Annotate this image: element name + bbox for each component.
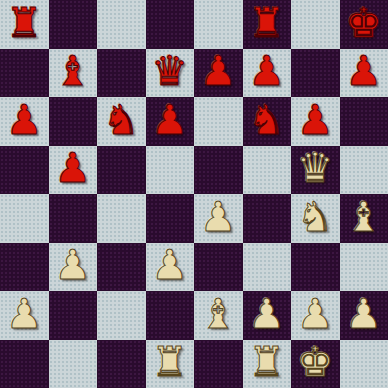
piece-white-pawn: ♟ [54,245,91,286]
piece-white-pawn: ♟ [248,294,285,335]
square-c2[interactable] [97,291,146,340]
square-c8[interactable] [97,0,146,49]
piece-white-rook: ♜ [151,342,188,383]
piece-white-rook: ♜ [248,342,285,383]
square-g3[interactable] [291,243,340,292]
square-b7[interactable]: ♝ [49,49,98,98]
square-d7[interactable]: ♛ [146,49,195,98]
square-g6[interactable]: ♟ [291,97,340,146]
piece-white-pawn: ♟ [200,197,237,238]
square-e2[interactable]: ♝ [194,291,243,340]
piece-white-bishop: ♝ [345,197,382,238]
piece-red-knight: ♞ [103,100,140,141]
piece-red-rook: ♜ [248,3,285,44]
square-f3[interactable] [243,243,292,292]
square-b1[interactable] [49,340,98,388]
square-h6[interactable] [340,97,388,146]
square-g4[interactable]: ♞ [291,194,340,243]
piece-red-pawn: ♟ [345,51,382,92]
square-h2[interactable]: ♟ [340,291,388,340]
square-a3[interactable] [0,243,49,292]
square-a5[interactable] [0,146,49,195]
square-b5[interactable]: ♟ [49,146,98,195]
square-c5[interactable] [97,146,146,195]
square-b2[interactable] [49,291,98,340]
piece-red-pawn: ♟ [54,148,91,189]
piece-white-king: ♚ [297,342,334,383]
square-f2[interactable]: ♟ [243,291,292,340]
square-f8[interactable]: ♜ [243,0,292,49]
piece-red-king: ♚ [345,3,382,44]
square-h5[interactable] [340,146,388,195]
piece-red-knight: ♞ [248,100,285,141]
square-f6[interactable]: ♞ [243,97,292,146]
square-b6[interactable] [49,97,98,146]
piece-white-knight: ♞ [297,197,334,238]
piece-red-bishop: ♝ [54,51,91,92]
piece-white-pawn: ♟ [345,294,382,335]
square-d8[interactable] [146,0,195,49]
square-f4[interactable] [243,194,292,243]
square-c3[interactable] [97,243,146,292]
piece-red-pawn: ♟ [297,100,334,141]
square-h1[interactable] [340,340,388,388]
square-e4[interactable]: ♟ [194,194,243,243]
square-d6[interactable]: ♟ [146,97,195,146]
piece-white-pawn: ♟ [297,294,334,335]
square-h7[interactable]: ♟ [340,49,388,98]
square-f1[interactable]: ♜ [243,340,292,388]
square-g5[interactable]: ♛ [291,146,340,195]
square-e6[interactable] [194,97,243,146]
square-e3[interactable] [194,243,243,292]
square-e7[interactable]: ♟ [194,49,243,98]
piece-red-pawn: ♟ [151,100,188,141]
square-h8[interactable]: ♚ [340,0,388,49]
square-g8[interactable] [291,0,340,49]
square-c6[interactable]: ♞ [97,97,146,146]
square-e1[interactable] [194,340,243,388]
piece-white-pawn: ♟ [151,245,188,286]
square-f5[interactable] [243,146,292,195]
square-c7[interactable] [97,49,146,98]
square-d1[interactable]: ♜ [146,340,195,388]
piece-white-queen: ♛ [297,148,334,189]
square-b8[interactable] [49,0,98,49]
square-c4[interactable] [97,194,146,243]
square-f7[interactable]: ♟ [243,49,292,98]
square-d4[interactable] [146,194,195,243]
piece-red-pawn: ♟ [248,51,285,92]
square-h4[interactable]: ♝ [340,194,388,243]
square-b4[interactable] [49,194,98,243]
square-c1[interactable] [97,340,146,388]
square-d3[interactable]: ♟ [146,243,195,292]
chess-board: ♜♜♚♝♛♟♟♟♟♞♟♞♟♟♛♟♞♝♟♟♟♝♟♟♟♜♜♚ [0,0,388,388]
square-a1[interactable] [0,340,49,388]
piece-red-rook: ♜ [6,3,43,44]
square-a8[interactable]: ♜ [0,0,49,49]
square-g2[interactable]: ♟ [291,291,340,340]
square-g7[interactable] [291,49,340,98]
piece-white-pawn: ♟ [6,294,43,335]
piece-red-queen: ♛ [151,51,188,92]
square-g1[interactable]: ♚ [291,340,340,388]
square-a2[interactable]: ♟ [0,291,49,340]
square-e5[interactable] [194,146,243,195]
piece-red-pawn: ♟ [200,51,237,92]
square-a6[interactable]: ♟ [0,97,49,146]
square-a4[interactable] [0,194,49,243]
square-e8[interactable] [194,0,243,49]
piece-red-pawn: ♟ [6,100,43,141]
square-b3[interactable]: ♟ [49,243,98,292]
square-d2[interactable] [146,291,195,340]
square-h3[interactable] [340,243,388,292]
square-a7[interactable] [0,49,49,98]
square-d5[interactable] [146,146,195,195]
piece-white-bishop: ♝ [200,294,237,335]
